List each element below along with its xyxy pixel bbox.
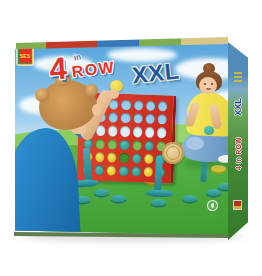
title-xxl: XXL — [131, 58, 181, 90]
title-row: ROW — [71, 58, 116, 81]
ses-logo-frame: SES — [18, 48, 32, 64]
ses-logo-text: SES — [20, 53, 31, 59]
side-title-xxl: XXL — [233, 90, 243, 124]
girl-shoe — [218, 155, 228, 163]
girl-eye — [211, 83, 213, 85]
box-front-panel: SES 4 in ROW XXL — [15, 44, 228, 235]
ses-brand-logo: SES — [17, 47, 33, 65]
girl-eye — [204, 83, 206, 85]
side-title-row: 4 in ROW — [235, 130, 242, 178]
side-panel-mark — [234, 72, 242, 74]
product-box-photo: SES 4 in ROW XXL XXL 4 in ROW — [0, 0, 262, 276]
girl-knee — [186, 137, 204, 150]
wooden-quality-badge-icon — [162, 142, 184, 164]
girl-face — [199, 77, 217, 94]
title-4: 4 — [48, 51, 68, 88]
side-panel-mark — [234, 80, 242, 82]
box-side-panel: XXL 4 in ROW — [228, 42, 248, 240]
side-panel-mark — [234, 76, 242, 78]
teal-disc-in-hand — [204, 126, 214, 135]
side-ses-logo — [233, 200, 242, 210]
title-in: in — [73, 52, 82, 62]
eco-stamp-icon — [207, 200, 218, 211]
